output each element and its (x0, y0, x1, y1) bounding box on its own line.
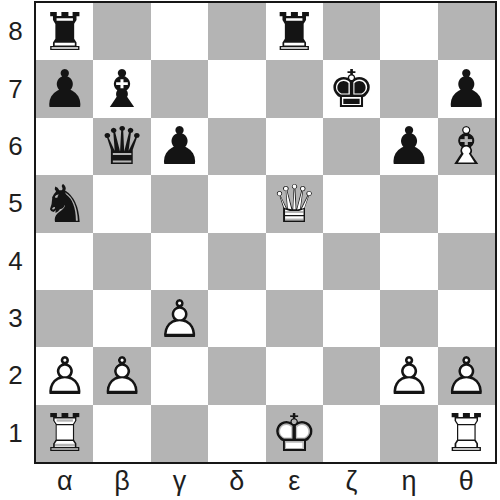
white-piece-outline-glyph: ♔ (266, 405, 323, 462)
square-e1[interactable]: ♚♔ (266, 405, 323, 462)
square-a6[interactable] (36, 118, 93, 175)
white-piece-outline-glyph: ♖ (438, 405, 495, 462)
square-d5[interactable] (208, 175, 265, 232)
file-label-c: γ (151, 462, 208, 500)
square-b5[interactable] (93, 175, 150, 232)
square-e2[interactable] (266, 347, 323, 404)
square-e5[interactable]: ♛♕ (266, 175, 323, 232)
square-f6[interactable] (323, 118, 380, 175)
piece-black-pawn[interactable]: ♟ (438, 60, 495, 117)
file-label-g: η (380, 462, 437, 500)
square-g6[interactable]: ♟ (380, 118, 437, 175)
chess-diagram: 87654321 ♜♜♟♝♚♟♛♟♟♝♗♞♛♕♟♙♟♙♟♙♟♙♟♙♜♖♚♔♜♖ … (0, 0, 500, 500)
rank-label-7: 7 (0, 60, 31, 117)
square-b2[interactable]: ♟♙ (93, 347, 150, 404)
square-b6[interactable]: ♛ (93, 118, 150, 175)
square-g1[interactable] (380, 405, 437, 462)
square-b3[interactable] (93, 290, 150, 347)
black-piece-glyph: ♟ (438, 60, 495, 117)
square-a5[interactable]: ♞ (36, 175, 93, 232)
rank-label-5: 5 (0, 175, 31, 232)
square-c5[interactable] (151, 175, 208, 232)
square-a7[interactable]: ♟ (36, 60, 93, 117)
white-piece-outline-glyph: ♗ (438, 118, 495, 175)
rank-label-1: 1 (0, 405, 31, 462)
black-piece-glyph: ♟ (36, 60, 93, 117)
square-f3[interactable] (323, 290, 380, 347)
square-h1[interactable]: ♜♖ (438, 405, 495, 462)
file-labels: αβγδεζηθ (36, 462, 495, 500)
rank-label-3: 3 (0, 290, 31, 347)
piece-white-pawn[interactable]: ♟♙ (36, 347, 93, 404)
rank-label-8: 8 (0, 3, 31, 60)
piece-white-queen[interactable]: ♛♕ (266, 175, 323, 232)
piece-white-rook[interactable]: ♜♖ (438, 405, 495, 462)
square-b8[interactable] (93, 3, 150, 60)
square-b4[interactable] (93, 233, 150, 290)
square-e6[interactable] (266, 118, 323, 175)
square-c6[interactable]: ♟ (151, 118, 208, 175)
square-g3[interactable] (380, 290, 437, 347)
square-e3[interactable] (266, 290, 323, 347)
piece-black-rook[interactable]: ♜ (36, 3, 93, 60)
square-e4[interactable] (266, 233, 323, 290)
square-h3[interactable] (438, 290, 495, 347)
square-c3[interactable]: ♟♙ (151, 290, 208, 347)
square-f7[interactable]: ♚ (323, 60, 380, 117)
square-a4[interactable] (36, 233, 93, 290)
file-label-a: α (36, 462, 93, 500)
black-piece-glyph: ♞ (36, 175, 93, 232)
square-h5[interactable] (438, 175, 495, 232)
black-piece-glyph: ♟ (151, 118, 208, 175)
square-e8[interactable]: ♜ (266, 3, 323, 60)
piece-white-bishop[interactable]: ♝♗ (438, 118, 495, 175)
square-h2[interactable]: ♟♙ (438, 347, 495, 404)
square-c1[interactable] (151, 405, 208, 462)
square-d6[interactable] (208, 118, 265, 175)
file-label-f: ζ (323, 462, 380, 500)
piece-black-bishop[interactable]: ♝ (93, 60, 150, 117)
file-label-e: ε (266, 462, 323, 500)
square-d4[interactable] (208, 233, 265, 290)
piece-black-rook[interactable]: ♜ (266, 3, 323, 60)
square-h7[interactable]: ♟ (438, 60, 495, 117)
black-piece-glyph: ♜ (266, 3, 323, 60)
black-piece-glyph: ♝ (93, 60, 150, 117)
white-piece-outline-glyph: ♙ (36, 347, 93, 404)
white-piece-outline-glyph: ♙ (93, 347, 150, 404)
piece-white-rook[interactable]: ♜♖ (36, 405, 93, 462)
square-c8[interactable] (151, 3, 208, 60)
chess-board: ♜♜♟♝♚♟♛♟♟♝♗♞♛♕♟♙♟♙♟♙♟♙♟♙♜♖♚♔♜♖ (34, 1, 497, 464)
white-piece-outline-glyph: ♙ (380, 347, 437, 404)
square-h4[interactable] (438, 233, 495, 290)
rank-label-2: 2 (0, 347, 31, 404)
square-f1[interactable] (323, 405, 380, 462)
black-piece-glyph: ♛ (93, 118, 150, 175)
black-piece-glyph: ♚ (323, 60, 380, 117)
square-g2[interactable]: ♟♙ (380, 347, 437, 404)
black-piece-glyph: ♟ (380, 118, 437, 175)
piece-black-king[interactable]: ♚ (323, 60, 380, 117)
square-d3[interactable] (208, 290, 265, 347)
square-a3[interactable] (36, 290, 93, 347)
square-h6[interactable]: ♝♗ (438, 118, 495, 175)
white-piece-outline-glyph: ♙ (151, 290, 208, 347)
square-c4[interactable] (151, 233, 208, 290)
square-a2[interactable]: ♟♙ (36, 347, 93, 404)
piece-white-pawn[interactable]: ♟♙ (93, 347, 150, 404)
piece-black-pawn[interactable]: ♟ (380, 118, 437, 175)
square-b7[interactable]: ♝ (93, 60, 150, 117)
square-g5[interactable] (380, 175, 437, 232)
square-g8[interactable] (380, 3, 437, 60)
square-f8[interactable] (323, 3, 380, 60)
piece-black-knight[interactable]: ♞ (36, 175, 93, 232)
white-piece-outline-glyph: ♕ (266, 175, 323, 232)
square-a1[interactable]: ♜♖ (36, 405, 93, 462)
piece-white-pawn[interactable]: ♟♙ (380, 347, 437, 404)
square-d8[interactable] (208, 3, 265, 60)
square-f2[interactable] (323, 347, 380, 404)
rank-label-6: 6 (0, 118, 31, 175)
white-piece-outline-glyph: ♖ (36, 405, 93, 462)
file-label-h: θ (438, 462, 495, 500)
rank-labels: 87654321 (0, 3, 31, 462)
square-h8[interactable] (438, 3, 495, 60)
square-g7[interactable] (380, 60, 437, 117)
square-f4[interactable] (323, 233, 380, 290)
piece-black-pawn[interactable]: ♟ (151, 118, 208, 175)
square-e7[interactable] (266, 60, 323, 117)
piece-white-king[interactable]: ♚♔ (266, 405, 323, 462)
rank-label-4: 4 (0, 233, 31, 290)
square-b1[interactable] (93, 405, 150, 462)
file-label-b: β (93, 462, 150, 500)
black-piece-glyph: ♜ (36, 3, 93, 60)
white-piece-outline-glyph: ♙ (438, 347, 495, 404)
square-a8[interactable]: ♜ (36, 3, 93, 60)
file-label-d: δ (208, 462, 265, 500)
piece-black-queen[interactable]: ♛ (93, 118, 150, 175)
square-g4[interactable] (380, 233, 437, 290)
square-d1[interactable] (208, 405, 265, 462)
piece-white-pawn[interactable]: ♟♙ (438, 347, 495, 404)
square-c2[interactable] (151, 347, 208, 404)
square-d7[interactable] (208, 60, 265, 117)
piece-white-pawn[interactable]: ♟♙ (151, 290, 208, 347)
square-f5[interactable] (323, 175, 380, 232)
square-d2[interactable] (208, 347, 265, 404)
square-c7[interactable] (151, 60, 208, 117)
piece-black-pawn[interactable]: ♟ (36, 60, 93, 117)
